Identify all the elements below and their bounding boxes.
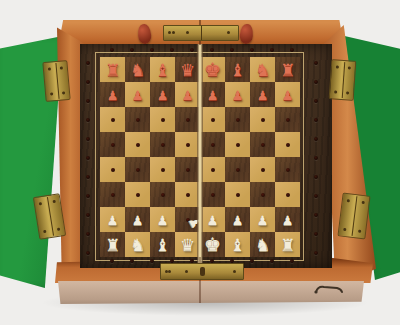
square-b2[interactable]: ♟: [125, 207, 150, 232]
square-g6[interactable]: [250, 107, 275, 132]
travel-chess-set-photo: ♜♞♝♛♚♝♞♜♟♟♟♟♟♟♟♟♟♟♟♟♟♟♟♟♜♞♝♛♚♝♞♜: [0, 0, 400, 325]
square-h5[interactable]: [275, 132, 300, 157]
piece-white-pawn-b2[interactable]: ♟: [125, 214, 150, 227]
front-hook-clasp-icon: [313, 281, 345, 294]
top-hinge-plate-icon: [163, 25, 239, 41]
border-peg-hole: [86, 137, 90, 141]
piece-white-rook-h1[interactable]: ♜: [275, 237, 300, 254]
piece-red-knight-b8[interactable]: ♞: [125, 62, 150, 79]
peg-hole: [236, 118, 240, 122]
square-f4[interactable]: [225, 157, 250, 182]
peg-hole: [211, 193, 215, 197]
border-peg-hole: [150, 259, 154, 263]
border-peg-hole: [86, 156, 90, 160]
piece-red-rook-a8[interactable]: ♜: [100, 62, 125, 79]
piece-white-knight-b1[interactable]: ♞: [125, 237, 150, 254]
piece-white-bishop-c1[interactable]: ♝: [150, 237, 175, 254]
square-b3[interactable]: [125, 182, 150, 207]
square-g3[interactable]: [250, 182, 275, 207]
piece-white-pawn-f2[interactable]: ♟: [225, 214, 250, 227]
square-c2[interactable]: ♟: [150, 207, 175, 232]
peg-hole: [186, 143, 190, 147]
peg-hole: [186, 118, 190, 122]
piece-white-pawn-h2[interactable]: ♟: [275, 214, 300, 227]
border-peg-hole: [170, 48, 174, 52]
square-b6[interactable]: [125, 107, 150, 132]
peg-hole: [161, 118, 165, 122]
square-b7[interactable]: ♟: [125, 82, 150, 107]
peg-hole: [211, 143, 215, 147]
border-peg-hole: [314, 80, 318, 84]
border-peg-hole: [86, 99, 90, 103]
peg-hole: [136, 193, 140, 197]
square-g4[interactable]: [250, 157, 275, 182]
border-peg-hole: [210, 48, 214, 52]
fold-seam: [197, 44, 203, 268]
peg-hole: [136, 143, 140, 147]
square-f5[interactable]: [225, 132, 250, 157]
peg-hole: [136, 168, 140, 172]
square-e3[interactable]: [200, 182, 225, 207]
peg-hole: [186, 193, 190, 197]
square-g5[interactable]: [250, 132, 275, 157]
square-g7[interactable]: ♟: [250, 82, 275, 107]
square-a2[interactable]: ♟: [100, 207, 125, 232]
peg-hole: [261, 118, 265, 122]
border-peg-hole: [290, 48, 294, 52]
peg-hole: [211, 118, 215, 122]
border-peg-hole: [110, 48, 114, 52]
peg-hole: [161, 193, 165, 197]
piece-white-rook-a1[interactable]: ♜: [100, 237, 125, 254]
piece-red-pawn-b7[interactable]: ♟: [125, 89, 150, 102]
border-peg-hole: [314, 61, 318, 65]
square-a5[interactable]: [100, 132, 125, 157]
square-h2[interactable]: ♟: [275, 207, 300, 232]
square-f3[interactable]: [225, 182, 250, 207]
piece-red-pawn-c7[interactable]: ♟: [150, 89, 175, 102]
piece-white-pawn-a2[interactable]: ♟: [100, 214, 125, 227]
square-c4[interactable]: [150, 157, 175, 182]
border-peg-hole: [86, 251, 90, 255]
border-peg-hole: [314, 194, 318, 198]
peg-hole: [261, 193, 265, 197]
square-e6[interactable]: [200, 107, 225, 132]
peg-hole: [261, 143, 265, 147]
square-c6[interactable]: [150, 107, 175, 132]
border-peg-hole: [86, 232, 90, 236]
piece-red-bishop-c8[interactable]: ♝: [150, 62, 175, 79]
border-peg-hole: [86, 194, 90, 198]
border-peg-hole: [130, 48, 134, 52]
border-peg-hole: [86, 80, 90, 84]
left-top-hinge-icon: [42, 60, 70, 102]
piece-red-knight-g8[interactable]: ♞: [250, 62, 275, 79]
square-e7[interactable]: ♟: [200, 82, 225, 107]
border-peg-hole: [314, 156, 318, 160]
square-h6[interactable]: [275, 107, 300, 132]
square-a7[interactable]: ♟: [100, 82, 125, 107]
peg-hole: [211, 168, 215, 172]
square-f1[interactable]: ♝: [225, 232, 250, 257]
square-f8[interactable]: ♝: [225, 57, 250, 82]
square-h8[interactable]: ♜: [275, 57, 300, 82]
piece-red-pawn-a7[interactable]: ♟: [100, 89, 125, 102]
border-peg-hole: [110, 259, 114, 263]
piece-red-bishop-f8[interactable]: ♝: [225, 62, 250, 79]
piece-white-pawn-g2[interactable]: ♟: [250, 214, 275, 227]
piece-red-pawn-h7[interactable]: ♟: [275, 89, 300, 102]
square-e5[interactable]: [200, 132, 225, 157]
border-peg-hole: [230, 48, 234, 52]
piece-white-bishop-f1[interactable]: ♝: [225, 237, 250, 254]
piece-red-pawn-f7[interactable]: ♟: [225, 89, 250, 102]
peg-hole: [286, 193, 290, 197]
square-f6[interactable]: [225, 107, 250, 132]
square-b5[interactable]: [125, 132, 150, 157]
border-peg-hole: [86, 213, 90, 217]
square-c8[interactable]: ♝: [150, 57, 175, 82]
border-peg-hole: [250, 259, 254, 263]
border-peg-hole: [314, 232, 318, 236]
piece-red-pawn-e7[interactable]: ♟: [200, 89, 225, 102]
square-h4[interactable]: [275, 157, 300, 182]
peg-hole: [236, 168, 240, 172]
square-e2[interactable]: ♟: [200, 207, 225, 232]
piece-red-rook-h8[interactable]: ♜: [275, 62, 300, 79]
square-a3[interactable]: [100, 182, 125, 207]
right-top-hinge-icon: [329, 59, 357, 101]
peg-hole: [111, 143, 115, 147]
border-peg-hole: [314, 213, 318, 217]
square-e8[interactable]: ♚: [200, 57, 225, 82]
peg-hole: [161, 168, 165, 172]
peg-hole: [111, 193, 115, 197]
square-e1[interactable]: ♚: [200, 232, 225, 257]
bottom-latch-plate-icon: [160, 263, 244, 280]
square-a6[interactable]: [100, 107, 125, 132]
peg-hole: [111, 118, 115, 122]
square-a8[interactable]: ♜: [100, 57, 125, 82]
border-peg-hole: [314, 137, 318, 141]
border-peg-hole: [150, 48, 154, 52]
peg-hole: [286, 143, 290, 147]
square-b1[interactable]: ♞: [125, 232, 150, 257]
square-a4[interactable]: [100, 157, 125, 182]
square-g8[interactable]: ♞: [250, 57, 275, 82]
peg-hole: [236, 193, 240, 197]
peg-hole: [261, 168, 265, 172]
piece-white-knight-g1[interactable]: ♞: [250, 237, 275, 254]
border-peg-hole: [314, 99, 318, 103]
square-c1[interactable]: ♝: [150, 232, 175, 257]
peg-hole: [161, 143, 165, 147]
piece-red-king-e8[interactable]: ♚: [200, 60, 225, 79]
peg-hole: [286, 118, 290, 122]
peg-hole: [186, 168, 190, 172]
peg-hole: [111, 168, 115, 172]
border-peg-hole: [270, 259, 274, 263]
square-h7[interactable]: ♟: [275, 82, 300, 107]
border-peg-hole: [86, 118, 90, 122]
border-peg-hole: [190, 48, 194, 52]
square-b8[interactable]: ♞: [125, 57, 150, 82]
piece-white-pawn-c2[interactable]: ♟: [150, 214, 175, 227]
border-peg-hole: [314, 118, 318, 122]
square-h3[interactable]: [275, 182, 300, 207]
square-e4[interactable]: [200, 157, 225, 182]
square-a1[interactable]: ♜: [100, 232, 125, 257]
right-bottom-hinge-icon: [337, 192, 370, 239]
border-peg-hole: [86, 61, 90, 65]
piece-white-king-e1[interactable]: ♚: [200, 235, 225, 254]
peg-hole: [236, 143, 240, 147]
border-peg-hole: [314, 175, 318, 179]
peg-hole: [286, 168, 290, 172]
border-peg-hole: [130, 259, 134, 263]
square-h1[interactable]: ♜: [275, 232, 300, 257]
border-peg-hole: [270, 48, 274, 52]
piece-red-pawn-g7[interactable]: ♟: [250, 89, 275, 102]
piece-white-pawn-e2[interactable]: ♟: [200, 214, 225, 227]
square-f7[interactable]: ♟: [225, 82, 250, 107]
border-peg-hole: [314, 251, 318, 255]
border-peg-hole: [250, 48, 254, 52]
square-b4[interactable]: [125, 157, 150, 182]
square-f2[interactable]: ♟: [225, 207, 250, 232]
square-g2[interactable]: ♟: [250, 207, 275, 232]
peg-hole: [136, 118, 140, 122]
square-c3[interactable]: [150, 182, 175, 207]
border-peg-hole: [290, 259, 294, 263]
border-peg-hole: [86, 175, 90, 179]
square-c5[interactable]: [150, 132, 175, 157]
square-c7[interactable]: ♟: [150, 82, 175, 107]
square-g1[interactable]: ♞: [250, 232, 275, 257]
